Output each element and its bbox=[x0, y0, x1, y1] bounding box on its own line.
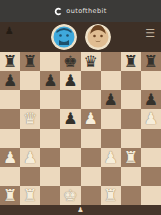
square-g1[interactable] bbox=[121, 186, 141, 205]
square-g5[interactable] bbox=[121, 109, 141, 128]
square-f2[interactable] bbox=[101, 167, 121, 186]
square-e6[interactable] bbox=[81, 90, 101, 109]
square-e5[interactable]: ♟ bbox=[81, 109, 101, 128]
square-g3[interactable]: ♜ bbox=[121, 148, 141, 167]
white-rook: ♜ bbox=[124, 148, 138, 167]
avatar-black-player[interactable] bbox=[51, 24, 77, 50]
avatar-black-face bbox=[51, 24, 77, 50]
square-e3[interactable] bbox=[81, 148, 101, 167]
square-d5[interactable]: ♟ bbox=[60, 109, 80, 128]
square-g6[interactable] bbox=[121, 90, 141, 109]
square-g8[interactable]: ♜ bbox=[121, 52, 141, 71]
square-g7[interactable] bbox=[121, 71, 141, 90]
avatar-white-player[interactable] bbox=[85, 24, 111, 50]
square-b3[interactable]: ♟ bbox=[20, 148, 40, 167]
square-b1[interactable]: ♜ bbox=[20, 186, 40, 205]
square-a5[interactable] bbox=[0, 109, 20, 128]
square-g4[interactable] bbox=[121, 129, 141, 148]
black-pawn: ♟ bbox=[63, 109, 77, 128]
white-pawn: ♟ bbox=[3, 148, 17, 167]
player-bar: ♟ ☰ bbox=[0, 22, 161, 52]
white-pawn: ♟ bbox=[83, 109, 97, 128]
square-c6[interactable] bbox=[40, 90, 60, 109]
white-pawn: ♟ bbox=[144, 109, 158, 128]
square-f8[interactable] bbox=[101, 52, 121, 71]
square-h5[interactable]: ♟ bbox=[141, 109, 161, 128]
square-f6[interactable]: ♟ bbox=[101, 90, 121, 109]
square-f1[interactable]: ♜ bbox=[101, 186, 121, 205]
square-b5[interactable]: ♛ bbox=[20, 109, 40, 128]
white-rook: ♜ bbox=[23, 186, 37, 205]
app-logo-icon bbox=[54, 7, 63, 16]
square-c2[interactable] bbox=[40, 167, 60, 186]
hamburger-menu-icon[interactable]: ☰ bbox=[145, 28, 155, 39]
square-a3[interactable]: ♟ bbox=[0, 148, 20, 167]
white-pawn: ♟ bbox=[23, 148, 37, 167]
black-pawn: ♟ bbox=[144, 90, 158, 109]
square-b7[interactable] bbox=[20, 71, 40, 90]
square-a8[interactable]: ♜ bbox=[0, 52, 20, 71]
square-d8[interactable]: ♚ bbox=[60, 52, 80, 71]
chess-board: ♜♜♚♛♜♜♟♟♟♟♟♛♟♟♟♟♟♟♜♜♜♚♜ bbox=[0, 52, 161, 205]
black-queen: ♛ bbox=[83, 52, 97, 71]
square-h1[interactable] bbox=[141, 186, 161, 205]
square-h2[interactable] bbox=[141, 167, 161, 186]
square-d1[interactable]: ♚ bbox=[60, 186, 80, 205]
square-b4[interactable] bbox=[20, 129, 40, 148]
pawn-icon[interactable]: ♟ bbox=[77, 206, 83, 214]
black-king: ♚ bbox=[63, 52, 77, 71]
square-c1[interactable] bbox=[40, 186, 60, 205]
square-b8[interactable]: ♜ bbox=[20, 52, 40, 71]
square-h8[interactable]: ♜ bbox=[141, 52, 161, 71]
square-e4[interactable] bbox=[81, 129, 101, 148]
white-rook: ♜ bbox=[104, 186, 118, 205]
white-rook: ♜ bbox=[3, 186, 17, 205]
square-h7[interactable] bbox=[141, 71, 161, 90]
chess-piece-icon[interactable]: ♟ bbox=[5, 26, 14, 36]
square-c4[interactable] bbox=[40, 129, 60, 148]
top-logo-bar: outofthebit bbox=[0, 0, 161, 22]
app-logo-text: outofthebit bbox=[66, 7, 106, 15]
square-b2[interactable] bbox=[20, 167, 40, 186]
black-rook: ♜ bbox=[144, 52, 158, 71]
square-f4[interactable] bbox=[101, 129, 121, 148]
black-pawn: ♟ bbox=[43, 71, 57, 90]
square-a1[interactable]: ♜ bbox=[0, 186, 20, 205]
white-pawn: ♟ bbox=[104, 148, 118, 167]
square-a7[interactable]: ♟ bbox=[0, 71, 20, 90]
square-c8[interactable] bbox=[40, 52, 60, 71]
square-a2[interactable] bbox=[0, 167, 20, 186]
black-pawn: ♟ bbox=[104, 90, 118, 109]
square-a4[interactable] bbox=[0, 129, 20, 148]
square-d2[interactable] bbox=[60, 167, 80, 186]
square-c7[interactable]: ♟ bbox=[40, 71, 60, 90]
square-h3[interactable] bbox=[141, 148, 161, 167]
square-e1[interactable] bbox=[81, 186, 101, 205]
black-pawn: ♟ bbox=[63, 71, 77, 90]
square-d3[interactable] bbox=[60, 148, 80, 167]
square-f7[interactable] bbox=[101, 71, 121, 90]
black-pawn: ♟ bbox=[3, 71, 17, 90]
square-f3[interactable]: ♟ bbox=[101, 148, 121, 167]
square-f5[interactable] bbox=[101, 109, 121, 128]
avatar-white-face bbox=[85, 24, 111, 50]
square-g2[interactable] bbox=[121, 167, 141, 186]
square-d7[interactable]: ♟ bbox=[60, 71, 80, 90]
square-c3[interactable] bbox=[40, 148, 60, 167]
square-h6[interactable]: ♟ bbox=[141, 90, 161, 109]
white-queen: ♛ bbox=[23, 109, 37, 128]
square-d6[interactable] bbox=[60, 90, 80, 109]
square-e8[interactable]: ♛ bbox=[81, 52, 101, 71]
square-a6[interactable] bbox=[0, 90, 20, 109]
square-b6[interactable] bbox=[20, 90, 40, 109]
black-rook: ♜ bbox=[124, 52, 138, 71]
white-king: ♚ bbox=[63, 186, 77, 205]
black-rook: ♜ bbox=[23, 52, 37, 71]
square-e7[interactable] bbox=[81, 71, 101, 90]
square-e2[interactable] bbox=[81, 167, 101, 186]
square-d4[interactable] bbox=[60, 129, 80, 148]
square-h4[interactable] bbox=[141, 129, 161, 148]
black-rook: ♜ bbox=[3, 52, 17, 71]
bottom-bar: ♟ bbox=[0, 205, 161, 215]
square-c5[interactable] bbox=[40, 109, 60, 128]
